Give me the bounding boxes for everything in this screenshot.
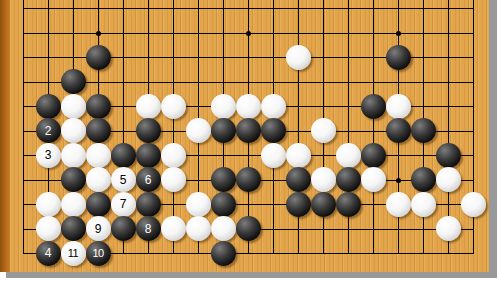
stone-black[interactable]	[261, 118, 286, 143]
stone-white[interactable]	[36, 192, 61, 217]
stone-white[interactable]	[286, 45, 311, 70]
stone-white[interactable]	[61, 192, 86, 217]
move-number-label: 5	[120, 174, 127, 186]
stone-black[interactable]	[61, 167, 86, 192]
stone-black[interactable]	[436, 143, 461, 168]
stone-white[interactable]	[161, 216, 186, 241]
stone-black[interactable]: 6	[136, 167, 161, 192]
stone-black[interactable]	[411, 167, 436, 192]
move-number-label: 10	[92, 248, 103, 259]
stone-black[interactable]	[86, 118, 111, 143]
stone-black[interactable]	[61, 216, 86, 241]
grid-line-horizontal	[23, 82, 474, 83]
stone-white[interactable]	[186, 118, 211, 143]
stone-white[interactable]	[186, 192, 211, 217]
stone-black[interactable]	[236, 118, 261, 143]
stone-black[interactable]	[286, 167, 311, 192]
move-number-label: 6	[145, 174, 152, 186]
stone-white[interactable]	[311, 118, 336, 143]
stone-white[interactable]: 7	[111, 192, 136, 217]
stone-black[interactable]	[336, 167, 361, 192]
stone-white[interactable]	[61, 143, 86, 168]
stone-black[interactable]	[86, 45, 111, 70]
grid-line-vertical	[373, 0, 374, 254]
stone-black[interactable]	[236, 167, 261, 192]
stone-black[interactable]	[111, 216, 136, 241]
stone-white[interactable]	[161, 167, 186, 192]
board-shadow-right	[489, 0, 497, 278]
stone-black[interactable]	[211, 192, 236, 217]
move-number-label: 4	[45, 247, 52, 259]
move-number-label: 3	[45, 149, 52, 161]
stone-black[interactable]	[336, 192, 361, 217]
stone-white[interactable]	[61, 94, 86, 119]
stone-white[interactable]	[161, 94, 186, 119]
stone-black[interactable]	[386, 45, 411, 70]
stone-white[interactable]	[211, 94, 236, 119]
stone-black[interactable]: 8	[136, 216, 161, 241]
stone-white[interactable]	[136, 94, 161, 119]
stone-black[interactable]	[311, 192, 336, 217]
stone-black[interactable]	[236, 216, 261, 241]
stone-black[interactable]	[211, 241, 236, 266]
stone-black[interactable]	[361, 94, 386, 119]
stone-black[interactable]	[286, 192, 311, 217]
stone-white[interactable]	[336, 143, 361, 168]
stone-white[interactable]	[436, 216, 461, 241]
stone-white[interactable]	[386, 94, 411, 119]
stone-white[interactable]	[236, 94, 261, 119]
stone-black[interactable]: 2	[36, 118, 61, 143]
stone-white[interactable]: 3	[36, 143, 61, 168]
stone-black[interactable]	[61, 69, 86, 94]
stone-black[interactable]	[86, 192, 111, 217]
star-point	[396, 178, 401, 183]
stone-black[interactable]	[136, 192, 161, 217]
move-number-label: 7	[120, 198, 127, 210]
go-board[interactable]: 235679841110	[0, 0, 489, 272]
stone-white[interactable]	[361, 167, 386, 192]
stone-white[interactable]	[261, 94, 286, 119]
stone-white[interactable]	[36, 216, 61, 241]
stone-black[interactable]	[386, 118, 411, 143]
stone-white[interactable]	[286, 143, 311, 168]
star-point	[96, 31, 101, 36]
stone-black[interactable]	[211, 167, 236, 192]
grid-line-vertical	[23, 0, 24, 254]
move-number-label: 11	[68, 248, 78, 259]
star-point	[246, 31, 251, 36]
stone-white[interactable]	[461, 192, 486, 217]
stone-white[interactable]: 5	[111, 167, 136, 192]
board-left-edge	[0, 0, 10, 272]
stone-white[interactable]	[311, 167, 336, 192]
go-game-view: 235679841110	[0, 0, 500, 285]
move-number-label: 9	[95, 223, 102, 235]
stone-black[interactable]	[211, 118, 236, 143]
stone-white[interactable]	[386, 192, 411, 217]
stone-black[interactable]	[136, 118, 161, 143]
stone-white[interactable]	[261, 143, 286, 168]
stone-black[interactable]	[411, 118, 436, 143]
stone-white[interactable]: 9	[86, 216, 111, 241]
stone-white[interactable]	[211, 216, 236, 241]
stone-white[interactable]	[186, 216, 211, 241]
stone-white[interactable]	[61, 118, 86, 143]
move-number-label: 8	[145, 223, 152, 235]
stone-black[interactable]	[111, 143, 136, 168]
stone-black[interactable]	[36, 94, 61, 119]
move-number-label: 2	[45, 125, 52, 137]
stone-white[interactable]: 11	[61, 241, 86, 266]
board-shadow-bottom	[6, 272, 497, 278]
grid-line-horizontal	[23, 8, 474, 9]
stone-black[interactable]	[361, 143, 386, 168]
stone-white[interactable]	[411, 192, 436, 217]
star-point	[396, 31, 401, 36]
stone-black[interactable]	[86, 94, 111, 119]
stone-black[interactable]: 4	[36, 241, 61, 266]
stone-white[interactable]	[436, 167, 461, 192]
stone-black[interactable]	[136, 143, 161, 168]
stone-white[interactable]	[161, 143, 186, 168]
stone-white[interactable]	[86, 143, 111, 168]
stone-white[interactable]	[86, 167, 111, 192]
stone-black[interactable]: 10	[86, 241, 111, 266]
